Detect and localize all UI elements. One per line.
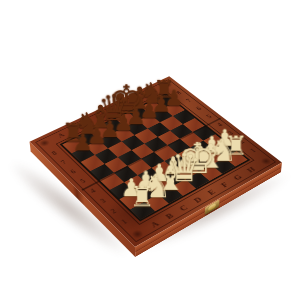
coordinate-label: 6 (69, 168, 78, 175)
piece-white-rook: ♜ (130, 182, 155, 210)
coordinate-label: 3 (99, 197, 108, 204)
scene: ABCDEFGH ABCDEFGH 87654321 87654321 ♜♞♝♛… (0, 0, 300, 300)
coordinate-label: 1 (120, 218, 129, 226)
chess-set-photo: ABCDEFGH ABCDEFGH 87654321 87654321 ♜♞♝♛… (0, 0, 300, 300)
latch-hasp-icon (208, 202, 216, 211)
folding-chess-box: ABCDEFGH ABCDEFGH 87654321 87654321 ♜♞♝♛… (30, 76, 282, 247)
piece-black-pawn: ♟ (72, 131, 93, 154)
coordinate-label: 6 (195, 106, 203, 112)
board-top: ABCDEFGH ABCDEFGH 87654321 87654321 ♜♞♝♛… (30, 76, 282, 247)
coordinate-label: C (177, 203, 189, 212)
coordinate-label: 4 (89, 188, 98, 195)
